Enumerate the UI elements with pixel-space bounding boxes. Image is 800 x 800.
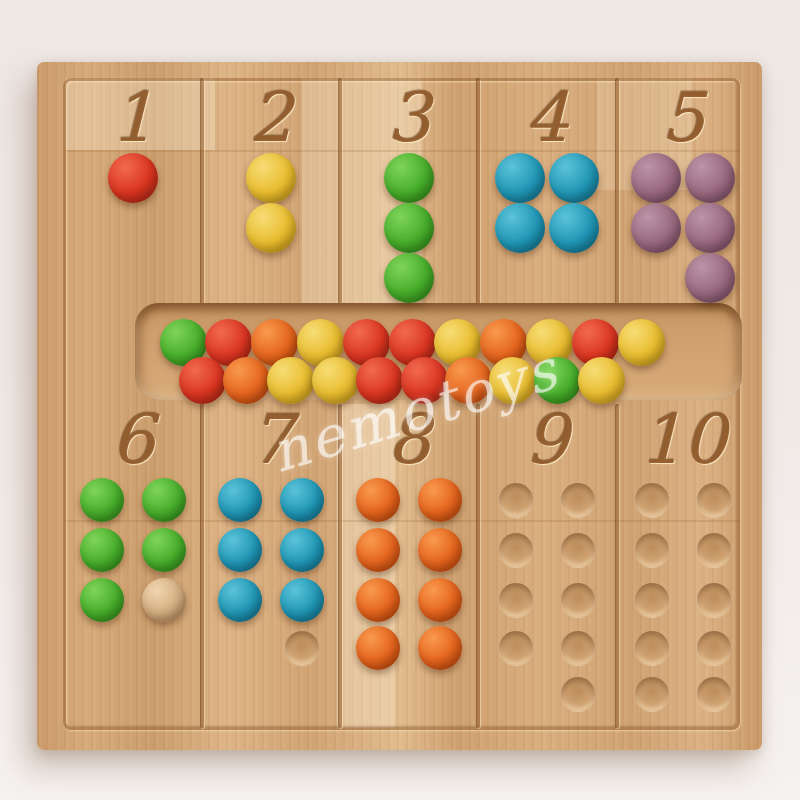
ball-green[interactable] bbox=[142, 478, 186, 522]
ball-teal[interactable] bbox=[280, 528, 324, 572]
ball-purple[interactable] bbox=[685, 153, 735, 203]
ball-purple[interactable] bbox=[631, 153, 681, 203]
ball-teal[interactable] bbox=[549, 153, 599, 203]
ball-orange[interactable] bbox=[418, 578, 462, 622]
ball-green[interactable] bbox=[534, 357, 581, 404]
empty-recess[interactable] bbox=[697, 631, 731, 665]
ball-yellow[interactable] bbox=[246, 203, 296, 253]
ball-orange[interactable] bbox=[356, 528, 400, 572]
ball-orange[interactable] bbox=[356, 478, 400, 522]
empty-recess[interactable] bbox=[561, 533, 595, 567]
ball-teal[interactable] bbox=[280, 578, 324, 622]
empty-recess[interactable] bbox=[697, 533, 731, 567]
ball-teal[interactable] bbox=[495, 203, 545, 253]
ball-yellow[interactable] bbox=[578, 357, 625, 404]
empty-recess[interactable] bbox=[561, 677, 595, 711]
ball-orange[interactable] bbox=[223, 357, 270, 404]
ball-orange[interactable] bbox=[356, 578, 400, 622]
ball-yellow[interactable] bbox=[618, 319, 665, 366]
ball-red[interactable] bbox=[356, 357, 403, 404]
ball-orange[interactable] bbox=[356, 626, 400, 670]
empty-recess[interactable] bbox=[561, 631, 595, 665]
ball-orange[interactable] bbox=[418, 478, 462, 522]
empty-recess[interactable] bbox=[285, 631, 319, 665]
empty-recess[interactable] bbox=[635, 483, 669, 517]
empty-recess[interactable] bbox=[499, 583, 533, 617]
empty-recess[interactable] bbox=[635, 533, 669, 567]
ball-teal[interactable] bbox=[218, 478, 262, 522]
ball-teal[interactable] bbox=[495, 153, 545, 203]
ball-green[interactable] bbox=[384, 253, 434, 303]
ball-teal[interactable] bbox=[549, 203, 599, 253]
empty-recess[interactable] bbox=[697, 583, 731, 617]
empty-recess[interactable] bbox=[635, 677, 669, 711]
empty-recess[interactable] bbox=[561, 583, 595, 617]
ball-purple[interactable] bbox=[631, 203, 681, 253]
ball-green[interactable] bbox=[80, 578, 124, 622]
counting-board: 1 2 3 4 5 6 7 8 9 10 nemotoys bbox=[37, 62, 762, 750]
empty-recess[interactable] bbox=[635, 631, 669, 665]
ball-yellow[interactable] bbox=[246, 153, 296, 203]
empty-recess[interactable] bbox=[635, 583, 669, 617]
ball-purple[interactable] bbox=[685, 203, 735, 253]
ball-green[interactable] bbox=[384, 203, 434, 253]
ball-yellow[interactable] bbox=[489, 357, 536, 404]
ball-red[interactable] bbox=[179, 357, 226, 404]
ball-red[interactable] bbox=[401, 357, 448, 404]
ball-orange[interactable] bbox=[418, 528, 462, 572]
ball-green[interactable] bbox=[384, 153, 434, 203]
empty-recess[interactable] bbox=[499, 483, 533, 517]
empty-recess[interactable] bbox=[697, 483, 731, 517]
empty-recess[interactable] bbox=[561, 483, 595, 517]
ball-green[interactable] bbox=[80, 528, 124, 572]
product-photo-background: 1 2 3 4 5 6 7 8 9 10 nemotoys bbox=[0, 0, 800, 800]
empty-recess[interactable] bbox=[697, 677, 731, 711]
ball-yellow[interactable] bbox=[267, 357, 314, 404]
empty-recess[interactable] bbox=[499, 631, 533, 665]
pieces-layer bbox=[37, 62, 762, 750]
ball-teal[interactable] bbox=[218, 528, 262, 572]
ball-purple[interactable] bbox=[685, 253, 735, 303]
ball-teal[interactable] bbox=[280, 478, 324, 522]
ball-orange[interactable] bbox=[445, 357, 492, 404]
ball-orange[interactable] bbox=[418, 626, 462, 670]
ball-green[interactable] bbox=[142, 528, 186, 572]
ball-red[interactable] bbox=[108, 153, 158, 203]
ball-yellow[interactable] bbox=[312, 357, 359, 404]
ball-natural[interactable] bbox=[142, 578, 186, 622]
ball-teal[interactable] bbox=[218, 578, 262, 622]
empty-recess[interactable] bbox=[499, 533, 533, 567]
ball-green[interactable] bbox=[80, 478, 124, 522]
